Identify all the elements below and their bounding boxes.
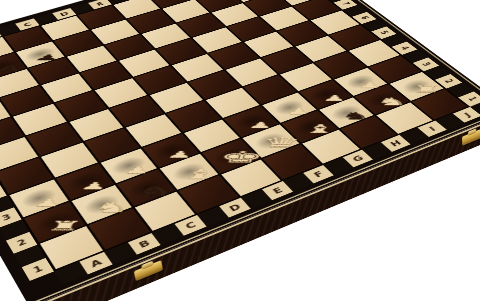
square-F3[interactable]: ♟ — [224, 106, 279, 138]
square-F2[interactable]: ♛ — [243, 125, 300, 158]
square-A3[interactable]: ♟ — [9, 179, 68, 217]
piece-shadow — [125, 175, 168, 201]
product-photo: ABCDEFGHIJ 10987654321 10987654321 ABCDE… — [0, 0, 480, 301]
square-D2[interactable]: ♝ — [160, 154, 218, 190]
piece-shadow — [80, 191, 124, 218]
piece-shadow — [32, 208, 76, 236]
perspective-scene: ABCDEFGHIJ 10987654321 10987654321 ABCDE… — [0, 0, 480, 301]
white-pawn[interactable]: ♟ — [78, 181, 109, 191]
square-C4[interactable] — [84, 128, 140, 162]
white-pawn[interactable]: ♟ — [285, 107, 311, 115]
piece-shadow — [250, 130, 291, 153]
square-E3[interactable] — [184, 119, 240, 152]
square-A1[interactable] — [40, 226, 103, 269]
square-B4[interactable] — [41, 143, 98, 178]
black-knight[interactable]: ♞ — [137, 185, 175, 197]
white-queen[interactable]: ♛ — [260, 136, 303, 150]
square-B6[interactable] — [13, 104, 67, 135]
board-top-face: ABCDEFGHIJ 10987654321 10987654321 ABCDE… — [0, 0, 480, 301]
square-A4[interactable] — [0, 158, 53, 194]
white-pawn[interactable]: ♟ — [32, 198, 64, 208]
square-B5[interactable] — [26, 123, 81, 156]
square-A5[interactable] — [0, 137, 38, 171]
white-bishop[interactable]: ♝ — [179, 168, 220, 181]
piece-shadow — [289, 116, 329, 138]
square-C5[interactable] — [69, 109, 123, 141]
white-knight[interactable]: ♞ — [90, 201, 133, 215]
square-C3[interactable]: ♟ — [100, 148, 157, 183]
white-pawn[interactable]: ♟ — [123, 165, 153, 174]
square-C2[interactable]: ♞ — [117, 169, 176, 206]
square-B2[interactable]: ♞ — [71, 185, 131, 224]
chess-board: ABCDEFGHIJ 10987654321 10987654321 ABCDE… — [0, 0, 480, 301]
piece-shadow — [17, 185, 60, 211]
white-pawn[interactable]: ♟ — [322, 94, 347, 102]
white-pawn[interactable]: ♟ — [358, 81, 383, 89]
piece-shadow — [63, 169, 105, 194]
white-pawn[interactable]: ♟ — [247, 121, 274, 129]
white-rook[interactable]: ♜ — [44, 219, 85, 232]
black-knight[interactable]: ♞ — [341, 111, 373, 121]
piece-shadow — [108, 153, 150, 177]
square-A2[interactable]: ♜ — [24, 202, 85, 242]
white-rook[interactable]: ♜ — [412, 84, 442, 93]
square-B3[interactable]: ♟ — [56, 163, 114, 200]
white-knight[interactable]: ♞ — [376, 96, 409, 107]
square-E2[interactable]: ♚ — [202, 139, 259, 174]
square-A6[interactable] — [0, 118, 24, 151]
square-D1[interactable] — [179, 175, 239, 213]
white-pawn[interactable]: ♟ — [166, 150, 195, 159]
square-H1[interactable] — [340, 116, 397, 148]
piece-shadow — [151, 139, 192, 162]
square-D4[interactable] — [126, 114, 181, 146]
square-D3[interactable]: ♟ — [143, 133, 200, 167]
square-G2[interactable]: ♝ — [282, 111, 338, 143]
white-bishop[interactable]: ♝ — [301, 123, 338, 135]
black-pawn[interactable]: ♟ — [33, 53, 63, 61]
piece-shadow — [210, 144, 251, 168]
white-king[interactable]: ♚ — [217, 149, 266, 165]
piece-shadow — [168, 159, 210, 184]
